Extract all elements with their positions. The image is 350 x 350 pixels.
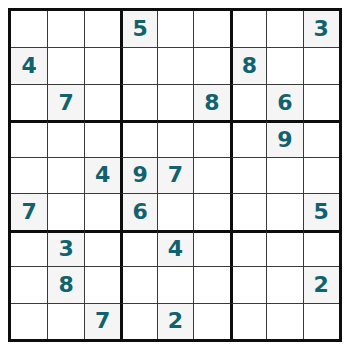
cell-r6c3[interactable] bbox=[84, 193, 120, 229]
cell-r1c1[interactable] bbox=[11, 11, 47, 47]
cell-r8c5[interactable] bbox=[157, 266, 193, 302]
cell-r7c6[interactable] bbox=[193, 230, 229, 266]
cell-r4c8[interactable]: 9 bbox=[266, 120, 302, 156]
cell-r1c8[interactable] bbox=[266, 11, 302, 47]
cell-r3c8[interactable]: 6 bbox=[266, 84, 302, 120]
cell-r9c5[interactable]: 2 bbox=[157, 303, 193, 339]
cell-r6c2[interactable] bbox=[47, 193, 83, 229]
cell-r9c6[interactable] bbox=[193, 303, 229, 339]
cell-r7c1[interactable] bbox=[11, 230, 47, 266]
cell-r3c4[interactable] bbox=[120, 84, 156, 120]
cell-r8c7[interactable] bbox=[230, 266, 266, 302]
cell-r4c7[interactable] bbox=[230, 120, 266, 156]
cell-r5c1[interactable] bbox=[11, 157, 47, 193]
cell-r1c3[interactable] bbox=[84, 11, 120, 47]
cell-r7c7[interactable] bbox=[230, 230, 266, 266]
cell-r3c2[interactable]: 7 bbox=[47, 84, 83, 120]
cell-r3c6[interactable]: 8 bbox=[193, 84, 229, 120]
cell-r5c7[interactable] bbox=[230, 157, 266, 193]
cell-r3c7[interactable] bbox=[230, 84, 266, 120]
cell-r6c4[interactable]: 6 bbox=[120, 193, 156, 229]
cell-r2c5[interactable] bbox=[157, 47, 193, 83]
cell-r1c9[interactable]: 3 bbox=[303, 11, 339, 47]
cell-r8c8[interactable] bbox=[266, 266, 302, 302]
cell-r2c7[interactable]: 8 bbox=[230, 47, 266, 83]
cell-r6c6[interactable] bbox=[193, 193, 229, 229]
cell-r9c4[interactable] bbox=[120, 303, 156, 339]
cell-r4c9[interactable] bbox=[303, 120, 339, 156]
sudoku-page: 53487869497765348272 bbox=[0, 0, 350, 350]
cell-r6c1[interactable]: 7 bbox=[11, 193, 47, 229]
cell-r6c5[interactable] bbox=[157, 193, 193, 229]
cell-r9c9[interactable] bbox=[303, 303, 339, 339]
cell-r3c9[interactable] bbox=[303, 84, 339, 120]
cell-r8c9[interactable]: 2 bbox=[303, 266, 339, 302]
cell-r8c6[interactable] bbox=[193, 266, 229, 302]
cell-r4c3[interactable] bbox=[84, 120, 120, 156]
cell-r6c8[interactable] bbox=[266, 193, 302, 229]
cell-r2c4[interactable] bbox=[120, 47, 156, 83]
cell-r5c5[interactable]: 7 bbox=[157, 157, 193, 193]
cell-r4c6[interactable] bbox=[193, 120, 229, 156]
cell-r4c2[interactable] bbox=[47, 120, 83, 156]
cell-r9c1[interactable] bbox=[11, 303, 47, 339]
cell-r3c3[interactable] bbox=[84, 84, 120, 120]
cell-r6c9[interactable]: 5 bbox=[303, 193, 339, 229]
cell-r3c1[interactable] bbox=[11, 84, 47, 120]
cell-r2c2[interactable] bbox=[47, 47, 83, 83]
cell-r7c2[interactable]: 3 bbox=[47, 230, 83, 266]
cell-r1c7[interactable] bbox=[230, 11, 266, 47]
cell-r5c9[interactable] bbox=[303, 157, 339, 193]
cell-r7c9[interactable] bbox=[303, 230, 339, 266]
cell-r9c3[interactable]: 7 bbox=[84, 303, 120, 339]
cell-r8c1[interactable] bbox=[11, 266, 47, 302]
cell-r7c8[interactable] bbox=[266, 230, 302, 266]
cell-r6c7[interactable] bbox=[230, 193, 266, 229]
cell-r9c2[interactable] bbox=[47, 303, 83, 339]
cell-r5c6[interactable] bbox=[193, 157, 229, 193]
cell-r5c2[interactable] bbox=[47, 157, 83, 193]
cell-r2c6[interactable] bbox=[193, 47, 229, 83]
cell-r2c9[interactable] bbox=[303, 47, 339, 83]
cell-r1c4[interactable]: 5 bbox=[120, 11, 156, 47]
cell-r5c8[interactable] bbox=[266, 157, 302, 193]
cell-r2c8[interactable] bbox=[266, 47, 302, 83]
cell-r9c8[interactable] bbox=[266, 303, 302, 339]
sudoku-board: 53487869497765348272 bbox=[8, 8, 342, 342]
cell-r1c6[interactable] bbox=[193, 11, 229, 47]
cell-r2c3[interactable] bbox=[84, 47, 120, 83]
cell-r8c4[interactable] bbox=[120, 266, 156, 302]
cell-r7c4[interactable] bbox=[120, 230, 156, 266]
cell-r3c5[interactable] bbox=[157, 84, 193, 120]
cell-r1c5[interactable] bbox=[157, 11, 193, 47]
cell-r8c3[interactable] bbox=[84, 266, 120, 302]
cell-r7c5[interactable]: 4 bbox=[157, 230, 193, 266]
cell-r4c4[interactable] bbox=[120, 120, 156, 156]
cell-r2c1[interactable]: 4 bbox=[11, 47, 47, 83]
cell-r8c2[interactable]: 8 bbox=[47, 266, 83, 302]
cell-r9c7[interactable] bbox=[230, 303, 266, 339]
cell-r7c3[interactable] bbox=[84, 230, 120, 266]
cell-r5c3[interactable]: 4 bbox=[84, 157, 120, 193]
cell-r5c4[interactable]: 9 bbox=[120, 157, 156, 193]
cell-r4c5[interactable] bbox=[157, 120, 193, 156]
cell-r1c2[interactable] bbox=[47, 11, 83, 47]
cell-r4c1[interactable] bbox=[11, 120, 47, 156]
